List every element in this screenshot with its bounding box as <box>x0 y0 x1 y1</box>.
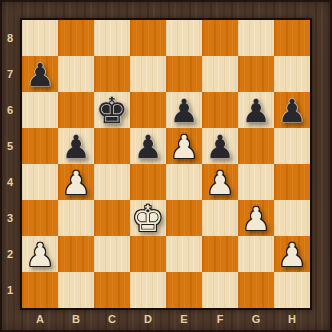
rank-label-6: 6 <box>0 92 20 128</box>
square-b3[interactable] <box>58 200 94 236</box>
square-g8[interactable] <box>238 20 274 56</box>
white-king-d3-piece[interactable]: ♚ <box>132 201 164 237</box>
square-e2[interactable] <box>166 236 202 272</box>
square-d4[interactable] <box>130 164 166 200</box>
square-b1[interactable] <box>58 272 94 308</box>
file-label-f: F <box>202 309 238 329</box>
square-c1[interactable] <box>94 272 130 308</box>
chess-board[interactable]: ♟♚♟♟♟♟♟♟♟♟♟♚♟♟♟ <box>20 18 312 310</box>
rank-label-8: 8 <box>0 20 20 56</box>
file-label-c: C <box>94 309 130 329</box>
black-pawn-d5-piece[interactable]: ♟ <box>134 129 163 165</box>
square-h4[interactable] <box>274 164 310 200</box>
square-a1[interactable] <box>22 272 58 308</box>
square-d3[interactable]: ♚ <box>130 200 166 236</box>
square-a5[interactable] <box>22 128 58 164</box>
square-g5[interactable] <box>238 128 274 164</box>
square-c3[interactable] <box>94 200 130 236</box>
white-pawn-g3-piece[interactable]: ♟ <box>242 201 271 237</box>
square-f3[interactable] <box>202 200 238 236</box>
square-h2[interactable]: ♟ <box>274 236 310 272</box>
square-a7[interactable]: ♟ <box>22 56 58 92</box>
square-g1[interactable] <box>238 272 274 308</box>
file-label-a: A <box>22 309 58 329</box>
black-pawn-f5-piece[interactable]: ♟ <box>206 129 235 165</box>
square-c4[interactable] <box>94 164 130 200</box>
square-f6[interactable] <box>202 92 238 128</box>
square-h3[interactable] <box>274 200 310 236</box>
square-c5[interactable] <box>94 128 130 164</box>
square-h6[interactable]: ♟ <box>274 92 310 128</box>
square-g2[interactable] <box>238 236 274 272</box>
black-king-c6-piece[interactable]: ♚ <box>96 93 128 129</box>
square-a3[interactable] <box>22 200 58 236</box>
black-pawn-g6-piece[interactable]: ♟ <box>242 93 271 129</box>
square-b5[interactable]: ♟ <box>58 128 94 164</box>
rank-label-7: 7 <box>0 56 20 92</box>
square-d8[interactable] <box>130 20 166 56</box>
square-d1[interactable] <box>130 272 166 308</box>
square-d7[interactable] <box>130 56 166 92</box>
square-e8[interactable] <box>166 20 202 56</box>
rank-label-2: 2 <box>0 236 20 272</box>
rank-label-5: 5 <box>0 128 20 164</box>
square-e6[interactable]: ♟ <box>166 92 202 128</box>
square-e4[interactable] <box>166 164 202 200</box>
square-a2[interactable]: ♟ <box>22 236 58 272</box>
square-e1[interactable] <box>166 272 202 308</box>
square-g4[interactable] <box>238 164 274 200</box>
file-label-g: G <box>238 309 274 329</box>
square-c2[interactable] <box>94 236 130 272</box>
square-h1[interactable] <box>274 272 310 308</box>
square-a6[interactable] <box>22 92 58 128</box>
square-f2[interactable] <box>202 236 238 272</box>
white-pawn-h2-piece[interactable]: ♟ <box>278 237 307 273</box>
square-g6[interactable]: ♟ <box>238 92 274 128</box>
file-label-h: H <box>274 309 310 329</box>
square-f8[interactable] <box>202 20 238 56</box>
square-c7[interactable] <box>94 56 130 92</box>
white-pawn-e5-piece[interactable]: ♟ <box>170 129 199 165</box>
square-f5[interactable]: ♟ <box>202 128 238 164</box>
black-pawn-b5-piece[interactable]: ♟ <box>62 129 91 165</box>
square-b8[interactable] <box>58 20 94 56</box>
square-g7[interactable] <box>238 56 274 92</box>
white-pawn-f4-piece[interactable]: ♟ <box>206 165 235 201</box>
square-f1[interactable] <box>202 272 238 308</box>
file-label-d: D <box>130 309 166 329</box>
file-label-e: E <box>166 309 202 329</box>
square-a4[interactable] <box>22 164 58 200</box>
square-e5[interactable]: ♟ <box>166 128 202 164</box>
square-b4[interactable]: ♟ <box>58 164 94 200</box>
square-h8[interactable] <box>274 20 310 56</box>
square-b7[interactable] <box>58 56 94 92</box>
square-e7[interactable] <box>166 56 202 92</box>
square-d2[interactable] <box>130 236 166 272</box>
square-h7[interactable] <box>274 56 310 92</box>
square-a8[interactable] <box>22 20 58 56</box>
square-h5[interactable] <box>274 128 310 164</box>
file-label-b: B <box>58 309 94 329</box>
rank-label-3: 3 <box>0 200 20 236</box>
black-pawn-e6-piece[interactable]: ♟ <box>170 93 199 129</box>
square-f7[interactable] <box>202 56 238 92</box>
square-d5[interactable]: ♟ <box>130 128 166 164</box>
square-e3[interactable] <box>166 200 202 236</box>
square-c8[interactable] <box>94 20 130 56</box>
rank-label-4: 4 <box>0 164 20 200</box>
square-d6[interactable] <box>130 92 166 128</box>
square-b6[interactable] <box>58 92 94 128</box>
black-pawn-h6-piece[interactable]: ♟ <box>278 93 307 129</box>
black-pawn-a7-piece[interactable]: ♟ <box>26 57 55 93</box>
square-b2[interactable] <box>58 236 94 272</box>
square-f4[interactable]: ♟ <box>202 164 238 200</box>
white-pawn-b4-piece[interactable]: ♟ <box>62 165 91 201</box>
square-c6[interactable]: ♚ <box>94 92 130 128</box>
board-frame: 87654321 ABCDEFGH ♟♚♟♟♟♟♟♟♟♟♟♚♟♟♟ <box>0 0 332 332</box>
square-g3[interactable]: ♟ <box>238 200 274 236</box>
rank-label-1: 1 <box>0 272 20 308</box>
white-pawn-a2-piece[interactable]: ♟ <box>26 237 55 273</box>
